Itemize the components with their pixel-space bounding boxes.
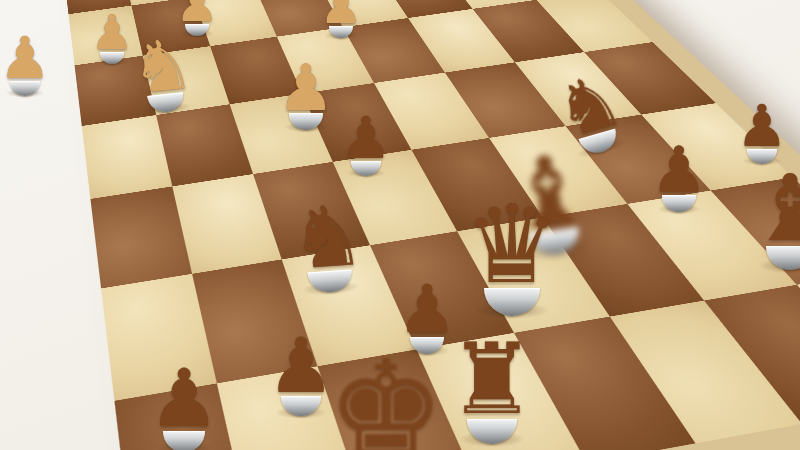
- black-p-glyph: ♟: [736, 97, 788, 155]
- white-n-glyph: ♞: [127, 28, 197, 104]
- chess-photo-frame: ♟♟♟♟♞♟♞♟♟♟♝♝♞♛♟♟♜♟♚: [0, 0, 800, 450]
- black-pawn-c5[interactable]: ♟: [628, 138, 730, 212]
- black-p-glyph: ♟: [340, 109, 392, 167]
- black-bishop-b6[interactable]: ♝: [716, 163, 800, 270]
- black-n-glyph: ♞: [287, 192, 368, 281]
- black-b-glyph: ♝: [749, 163, 800, 255]
- black-p-glyph: ♟: [650, 138, 707, 202]
- white-knight-f2[interactable]: ♞: [103, 25, 223, 117]
- white-p-glyph: ♟: [0, 29, 51, 87]
- pieces-layer: ♟♟♟♟♞♟♞♟♟♟♝♝♞♛♟♟♜♟♚: [0, 0, 800, 450]
- black-k-glyph: ♚: [327, 343, 445, 450]
- black-pawn-f4[interactable]: ♟: [320, 109, 413, 176]
- white-pawn-h2[interactable]: ♟: [0, 29, 71, 96]
- black-p-glyph: ♟: [148, 359, 220, 439]
- black-pawn-g6[interactable]: ♟: [120, 359, 248, 450]
- white-pawn-c1[interactable]: ♟: [303, 0, 380, 38]
- black-king-e7[interactable]: ♚: [280, 343, 491, 450]
